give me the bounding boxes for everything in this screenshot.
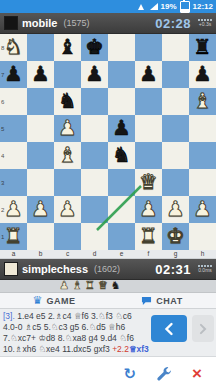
square-h8[interactable]: ♜ <box>189 34 216 61</box>
black-bishop: ♝ <box>54 34 81 61</box>
bottom-player-clock: 02:31 <box>155 262 191 277</box>
tab-game[interactable]: ♛ GAME <box>0 293 108 308</box>
move-back-button[interactable] <box>151 315 187 342</box>
top-lag-text: +0.3s <box>199 22 211 27</box>
moves-text: 4.0-0 ♗c5 5.♘c3 g5 6.♘d5 ♕h6 <box>3 322 125 332</box>
file-label: b <box>27 250 54 258</box>
square-a3[interactable]: 3 <box>0 169 27 196</box>
chevron-right-icon <box>198 322 208 336</box>
rank-label: 4 <box>1 153 4 159</box>
square-c8[interactable]: ♝ <box>54 34 81 61</box>
square-a8[interactable]: 8♞ <box>0 34 27 61</box>
bottom-player-bar: simplechess (1602) 02:31 0.0ms <box>0 259 216 280</box>
square-g1[interactable]: ♚ <box>162 223 189 250</box>
square-c5[interactable]: ♟ <box>54 115 81 142</box>
bottom-toolbar: ↻ × <box>0 356 216 391</box>
rank-label: 8 <box>1 45 4 51</box>
top-player-bar: mobile (1575) 02:28 +0.3s <box>0 13 216 34</box>
status-bar: 19% 12:12 <box>0 0 216 13</box>
square-f6[interactable] <box>135 88 162 115</box>
chevron-left-icon <box>163 322 175 336</box>
square-e7[interactable] <box>108 61 135 88</box>
square-d5[interactable] <box>81 115 108 142</box>
square-e3[interactable] <box>108 169 135 196</box>
wifi-icon <box>137 3 146 10</box>
square-a4[interactable]: 4 <box>0 142 27 169</box>
square-h7[interactable]: ♟ <box>189 61 216 88</box>
moves-text: 7.♘xc7+ ♔d8 8.♘xa8 g4 9.d4 ♘f6 <box>3 333 134 343</box>
white-pawn: ♟ <box>189 196 216 223</box>
square-h4[interactable] <box>189 142 216 169</box>
black-pawn: ♟ <box>27 61 54 88</box>
square-g8[interactable] <box>162 34 189 61</box>
square-h5[interactable] <box>189 115 216 142</box>
chat-bubble-icon <box>141 296 152 306</box>
file-label: e <box>108 250 135 258</box>
square-f5[interactable] <box>135 115 162 142</box>
square-b6[interactable] <box>27 88 54 115</box>
square-c3[interactable] <box>54 169 81 196</box>
bottom-player-name: simplechess <box>22 263 88 275</box>
white-bishop: ♝ <box>54 142 81 169</box>
file-label: c <box>54 250 81 258</box>
square-e6[interactable] <box>108 88 135 115</box>
refresh-icon[interactable]: ↻ <box>123 367 136 382</box>
captured-piece: ♞ <box>111 280 121 292</box>
moves-text: 10.♗xh6 ♘xe4 11.dxc5 gxf3 <box>3 344 112 354</box>
square-f1[interactable]: ♜ <box>135 223 162 250</box>
rank-label: 2 <box>1 207 4 213</box>
battery-percent: 19% <box>161 2 177 11</box>
captured-piece: ♝ <box>72 280 82 292</box>
rank-label: 6 <box>1 99 4 105</box>
square-c4[interactable]: ♝ <box>54 142 81 169</box>
rank-label: 7 <box>1 72 4 78</box>
square-c2[interactable]: ♟ <box>54 196 81 223</box>
black-pawn: ♟ <box>108 115 135 142</box>
square-g5[interactable] <box>162 115 189 142</box>
square-a5[interactable]: 5 <box>0 115 27 142</box>
square-g7[interactable] <box>162 61 189 88</box>
square-d3[interactable] <box>81 169 108 196</box>
white-pawn: ♟ <box>54 196 81 223</box>
black-pawn: ♟ <box>135 61 162 88</box>
square-b3[interactable] <box>27 169 54 196</box>
square-h6[interactable]: ♝ <box>189 88 216 115</box>
square-b8[interactable] <box>27 34 54 61</box>
top-player-rating: (1575) <box>63 18 89 28</box>
white-pawn: ♟ <box>162 196 189 223</box>
white-bishop: ♝ <box>189 88 216 115</box>
captured-piece: ♟ <box>59 280 69 292</box>
file-labels: abcdefgh <box>0 250 216 259</box>
black-knight: ♞ <box>54 88 81 115</box>
square-a2[interactable]: 2♟ <box>0 196 27 223</box>
square-f2[interactable]: ♟ <box>135 196 162 223</box>
square-d4[interactable] <box>81 142 108 169</box>
tab-chat-label: CHAT <box>156 296 182 306</box>
square-a6[interactable]: 6 <box>0 88 27 115</box>
game-index: [3]. <box>3 311 15 321</box>
black-king: ♚ <box>81 34 108 61</box>
rank-label: 1 <box>1 234 4 240</box>
square-f3[interactable]: ♛ <box>135 169 162 196</box>
white-side-indicator <box>4 262 18 276</box>
square-g6[interactable] <box>162 88 189 115</box>
black-pawn: ♟ <box>81 61 108 88</box>
rank-label: 3 <box>1 180 4 186</box>
chess-board: 8♞♝♚♜7♟♟♟♟♟6♞♝5♟♟4♝♞3♛2♟♟♟♟♟♟1♜♜♚ <box>0 34 216 250</box>
square-d2[interactable] <box>81 196 108 223</box>
captured-pieces-row: ♟♝♜♛♞ <box>0 280 216 293</box>
square-e4[interactable]: ♞ <box>108 142 135 169</box>
file-label: h <box>189 250 216 258</box>
bottom-player-rating: (1602) <box>94 264 120 274</box>
square-h1[interactable] <box>189 223 216 250</box>
square-b2[interactable]: ♟ <box>27 196 54 223</box>
white-king: ♚ <box>162 223 189 250</box>
tab-chat[interactable]: CHAT <box>108 293 216 308</box>
square-h3[interactable] <box>189 169 216 196</box>
square-c1[interactable] <box>54 223 81 250</box>
current-move: ♕xf3 <box>129 344 149 354</box>
square-e8[interactable] <box>108 34 135 61</box>
square-d6[interactable] <box>81 88 108 115</box>
square-a1[interactable]: 1♜ <box>0 223 27 250</box>
square-e2[interactable] <box>108 196 135 223</box>
file-label: a <box>0 250 27 258</box>
captured-piece: ♜ <box>85 280 95 292</box>
app-window: 19% 12:12 mobile (1575) 02:28 +0.3s 8♞♝♚… <box>0 0 216 391</box>
square-b7[interactable]: ♟ <box>27 61 54 88</box>
square-b4[interactable] <box>27 142 54 169</box>
crown-icon: ♛ <box>33 295 43 306</box>
tab-bar: ♛ GAME CHAT <box>0 293 216 309</box>
black-rook: ♜ <box>189 34 216 61</box>
bottom-lag-text: 0.0ms <box>198 268 212 273</box>
file-label: f <box>135 250 162 258</box>
move-list: [3]. 1.e4 e5 2.♗c4 ♕f6 3.♘f3 ♘c6 4.0-0 ♗… <box>0 309 216 356</box>
moves-text: 1.e4 e5 2.♗c4 ♕f6 3.♘f3 ♘c6 <box>15 311 132 321</box>
black-pawn: ♟ <box>189 61 216 88</box>
square-d8[interactable]: ♚ <box>81 34 108 61</box>
move-line: 10.♗xh6 ♘xe4 11.dxc5 gxf3 +2.2♕xf3 <box>3 344 216 355</box>
white-rook: ♜ <box>135 223 162 250</box>
battery-icon <box>180 1 190 13</box>
tab-game-label: GAME <box>46 296 75 306</box>
move-forward-button[interactable] <box>192 315 214 342</box>
white-pawn: ♟ <box>27 196 54 223</box>
square-d1[interactable] <box>81 223 108 250</box>
square-h2[interactable]: ♟ <box>189 196 216 223</box>
square-g3[interactable] <box>162 169 189 196</box>
square-c7[interactable] <box>54 61 81 88</box>
captured-piece: ♛ <box>98 280 108 292</box>
square-d7[interactable]: ♟ <box>81 61 108 88</box>
black-side-indicator <box>4 16 18 30</box>
signal-strength-icon <box>149 3 158 10</box>
square-f4[interactable] <box>135 142 162 169</box>
rank-label: 5 <box>1 126 4 132</box>
file-label: d <box>81 250 108 258</box>
square-b1[interactable] <box>27 223 54 250</box>
square-a7[interactable]: 7♟ <box>0 61 27 88</box>
file-label: g <box>162 250 189 258</box>
top-lag-badge: +0.3s <box>198 19 212 27</box>
square-e5[interactable]: ♟ <box>108 115 135 142</box>
square-b5[interactable] <box>27 115 54 142</box>
close-icon[interactable]: × <box>192 366 202 382</box>
bottom-lag-badge: 0.0ms <box>198 265 212 273</box>
top-player-name: mobile <box>22 17 57 29</box>
engine-eval: +2.2 <box>112 344 129 354</box>
square-g2[interactable]: ♟ <box>162 196 189 223</box>
white-queen: ♛ <box>135 169 162 196</box>
wrench-icon[interactable] <box>156 366 172 382</box>
top-player-clock: 02:28 <box>155 16 191 31</box>
white-pawn: ♟ <box>135 196 162 223</box>
square-f7[interactable]: ♟ <box>135 61 162 88</box>
square-e1[interactable] <box>108 223 135 250</box>
status-clock: 12:12 <box>193 2 213 11</box>
square-c6[interactable]: ♞ <box>54 88 81 115</box>
white-pawn: ♟ <box>54 115 81 142</box>
black-knight: ♞ <box>108 142 135 169</box>
square-g4[interactable] <box>162 142 189 169</box>
square-f8[interactable] <box>135 34 162 61</box>
